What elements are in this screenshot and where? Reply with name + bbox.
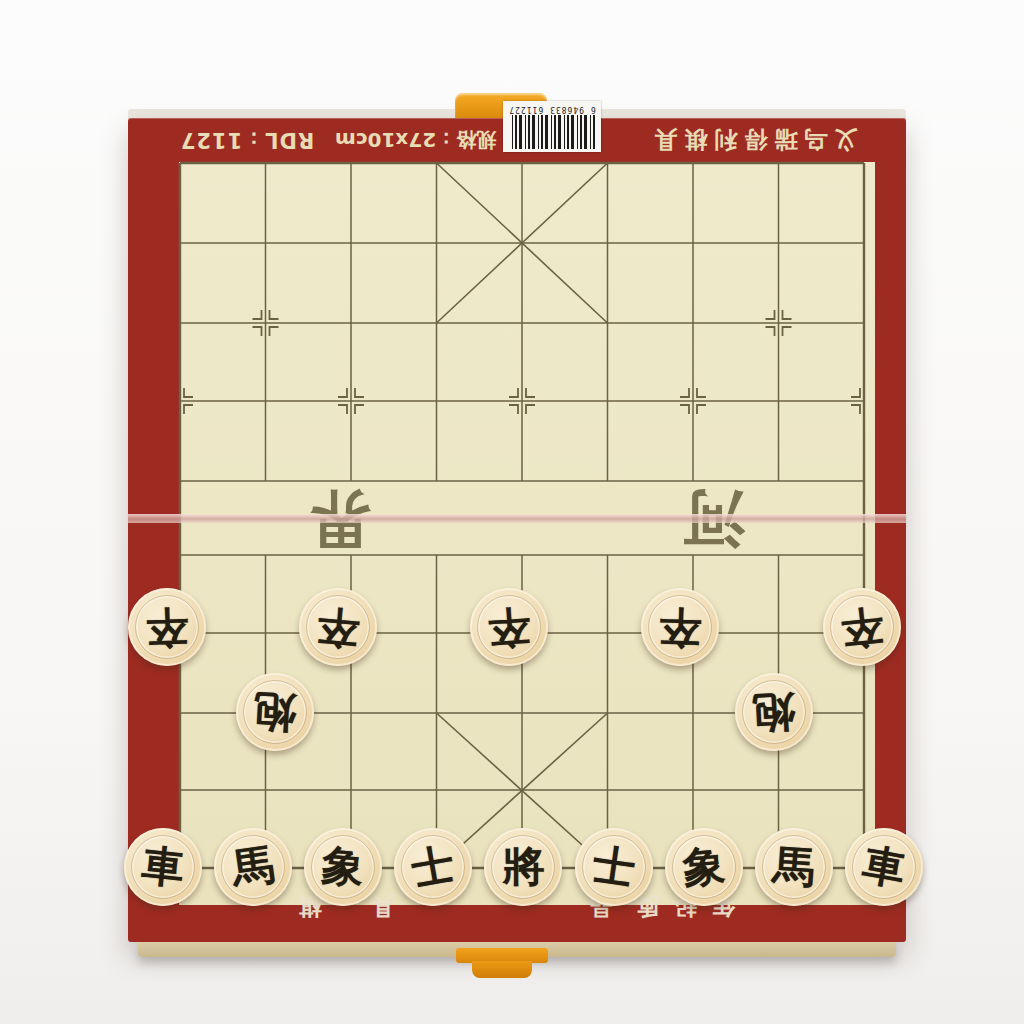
piece-character: 卒 <box>839 604 885 650</box>
piece-象-col7[interactable]: 象 <box>665 828 743 906</box>
piece-character: 馬 <box>229 843 276 890</box>
piece-character: 士 <box>409 843 458 892</box>
size-spec-text: 规格：27x10cm <box>328 126 503 153</box>
brand-name-text: 义乌瑞得利棋具 <box>630 124 875 155</box>
board-surface <box>179 162 875 905</box>
piece-character: 卒 <box>145 605 188 648</box>
border-fragment-char: 具 <box>371 890 395 922</box>
piece-炮-col8[interactable]: 炮 <box>735 673 813 751</box>
piece-卒-col3[interactable]: 卒 <box>299 588 377 666</box>
product-photo-xiangqi-set: 界 河 RDL：1127 规格：27x10cm 6 946833 611227 … <box>0 0 1024 1024</box>
bottom-clasp-tab <box>472 961 532 978</box>
piece-卒-col5[interactable]: 卒 <box>470 588 548 666</box>
piece-卒-col7[interactable]: 卒 <box>641 588 719 666</box>
piece-character: 象 <box>681 844 727 890</box>
piece-character: 車 <box>140 844 186 890</box>
barcode-bars <box>509 115 595 149</box>
piece-馬-col8[interactable]: 馬 <box>755 828 833 906</box>
piece-車-col1[interactable]: 車 <box>124 828 202 906</box>
piece-character: 馬 <box>771 845 816 890</box>
piece-character: 將 <box>502 846 544 888</box>
piece-卒-col1[interactable]: 卒 <box>128 588 206 666</box>
piece-士-col6[interactable]: 士 <box>575 828 653 906</box>
piece-卒-col9[interactable]: 卒 <box>823 588 901 666</box>
piece-炮-col2[interactable]: 炮 <box>236 673 314 751</box>
piece-將-col5[interactable]: 將 <box>484 828 562 906</box>
piece-character: 炮 <box>751 690 795 734</box>
piece-馬-col2[interactable]: 馬 <box>214 828 292 906</box>
piece-character: 士 <box>590 843 637 890</box>
piece-character: 卒 <box>487 605 532 650</box>
model-number-text: RDL：1127 <box>172 126 322 154</box>
piece-character: 卒 <box>658 605 701 648</box>
piece-象-col3[interactable]: 象 <box>304 828 382 906</box>
barcode-digits: 6 946833 611227 <box>508 105 595 114</box>
piece-士-col4[interactable]: 士 <box>394 828 472 906</box>
fold-hinge-line <box>128 514 906 523</box>
piece-character: 象 <box>320 844 366 890</box>
piece-車-col9[interactable]: 車 <box>845 828 923 906</box>
piece-character: 卒 <box>315 604 361 650</box>
barcode: 6 946833 611227 <box>503 101 601 152</box>
piece-character: 炮 <box>252 690 296 734</box>
piece-character: 車 <box>859 843 908 892</box>
